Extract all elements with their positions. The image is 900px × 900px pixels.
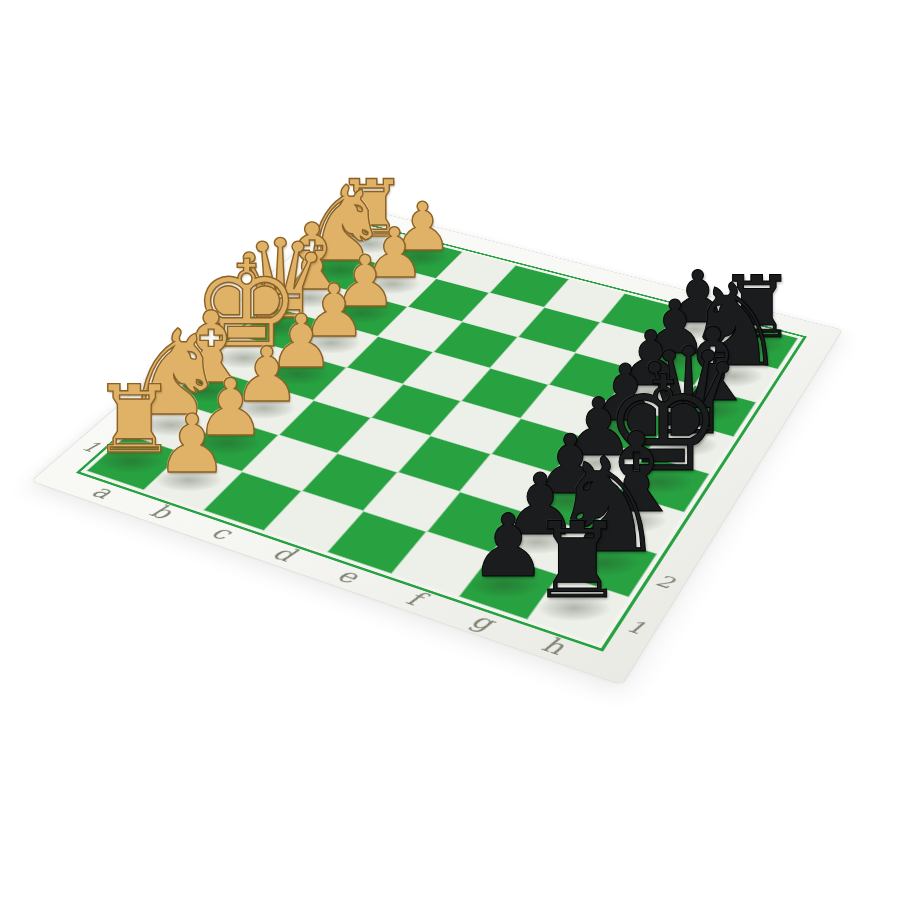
white-pawn: ♟: [156, 404, 229, 485]
rank-label-right: 1: [623, 617, 648, 638]
black-rook: ♜: [530, 509, 624, 614]
product-photo-scene: abcdefgh112 ♜♟♞♟♝♟♛♟♟♜♚♟♟♞♝♟♟♝♞♟♟♛♜♟♟♚♟♝…: [0, 0, 900, 900]
file-label: c: [207, 522, 236, 543]
file-label: e: [333, 564, 363, 586]
file-label: a: [87, 482, 117, 502]
file-label: f: [402, 588, 426, 609]
file-label: g: [467, 609, 498, 633]
file-label: b: [146, 501, 177, 522]
file-label: h: [538, 633, 569, 658]
file-label: d: [268, 543, 299, 565]
